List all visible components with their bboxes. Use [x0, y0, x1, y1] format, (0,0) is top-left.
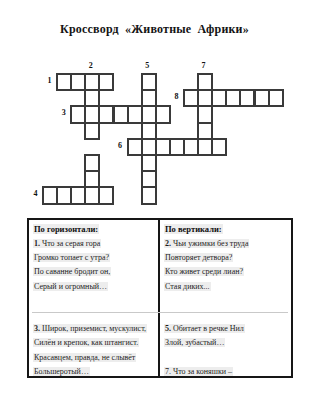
down-clues-cell: По вертикали: 2. Чьи ужимки без трудаПов… — [160, 220, 291, 376]
down-clue-lines: 2. Чьи ужимки без трудаПовторяет детвора… — [164, 237, 289, 376]
grid-cell — [98, 73, 114, 91]
grid-cell — [268, 89, 284, 107]
crossword-grid: 12578364 — [42, 73, 282, 203]
clue-line — [164, 294, 289, 308]
clue-number-label: 5 — [145, 62, 149, 70]
clue-number-label: 7 — [202, 62, 206, 70]
grid-cell — [84, 122, 100, 140]
clue-line: 2. Чьи ужимки без труда — [164, 237, 289, 251]
clue-line: Повторяет детвора? — [164, 251, 289, 265]
clue-line: Большеротый… — [33, 365, 156, 376]
clue-line: 1. Что за серая гора — [33, 237, 156, 251]
down-header: По вертикали: — [164, 223, 289, 235]
clue-number-label: 2 — [89, 62, 93, 70]
clue-number-label: 8 — [175, 93, 179, 101]
clue-line: Кто живет среди лиан? — [164, 265, 289, 279]
clue-line: Громко топает с утра? — [33, 251, 156, 265]
grid-cell — [98, 186, 114, 204]
clue-line — [33, 308, 156, 322]
clue-line: Стая диких... — [164, 280, 289, 294]
clue-number-label: 3 — [62, 109, 66, 117]
across-clues-cell: По горизонтали: 1. Что за серая гораГром… — [29, 220, 158, 376]
clue-line: Красавцем, правда, не слывёт — [33, 351, 156, 365]
worksheet-page: Кроссворд «Животные Африки» 12578364 По … — [0, 0, 309, 400]
clue-line: Серый и огромный… — [33, 280, 156, 294]
clue-number-label: 1 — [48, 77, 52, 85]
grid-cell — [141, 186, 157, 204]
clue-number-label: 4 — [34, 190, 38, 198]
clue-line: Силён и крепок, как штангист. — [33, 336, 156, 350]
clue-line — [33, 294, 156, 308]
clue-line: Злой, зубастый… — [164, 336, 289, 350]
clue-line: 7. Что за коняшки – — [164, 365, 289, 376]
across-clue-lines: 1. Что за серая гораГромко топает с утра… — [33, 237, 156, 376]
clue-line: По саванне бродит он, — [33, 265, 156, 279]
grid-cell — [211, 138, 227, 156]
grid-cell — [155, 105, 171, 123]
clue-line: 5. Обитает в речке Нил — [164, 322, 289, 336]
page-title: Кроссворд «Животные Африки» — [0, 22, 309, 37]
clue-number-label: 6 — [118, 142, 122, 150]
clues-table: По горизонтали: 1. Что за серая гораГром… — [27, 218, 293, 378]
clue-line — [164, 308, 289, 322]
clue-line: 3. Широк, приземист, мускулист, — [33, 322, 156, 336]
across-header: По горизонтали: — [33, 223, 156, 235]
clue-line — [164, 351, 289, 365]
